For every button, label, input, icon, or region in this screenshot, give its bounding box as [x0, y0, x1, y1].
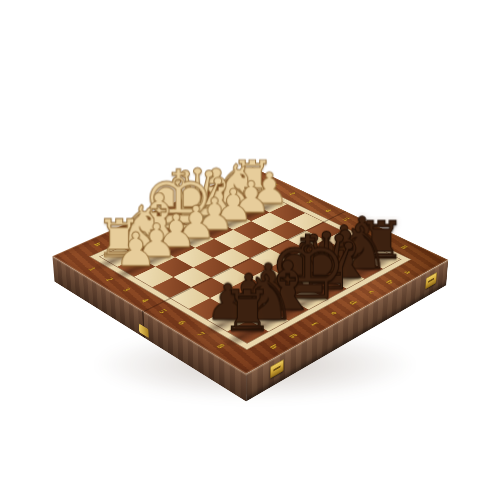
chess-scene: 1122334455667788hhggffeeddccbbaa ♜♞♝♛♚♝♞…: [0, 0, 500, 500]
brass-latch-left: [270, 359, 284, 378]
rank-label-left-4: 4: [138, 297, 150, 303]
rank-label-left-3: 3: [120, 287, 132, 293]
brass-latch-right: [425, 272, 437, 289]
file-label-near-g: g: [288, 332, 300, 339]
black-rook-icon: ♜: [182, 285, 313, 339]
product-photo-canvas: 1122334455667788hhggffeeddccbbaa ♜♞♝♛♚♝♞…: [0, 0, 500, 500]
chess-board: 1122334455667788hhggffeeddccbbaa ♜♞♝♛♚♝♞…: [52, 167, 448, 374]
file-label-near-h: h: [267, 343, 280, 350]
